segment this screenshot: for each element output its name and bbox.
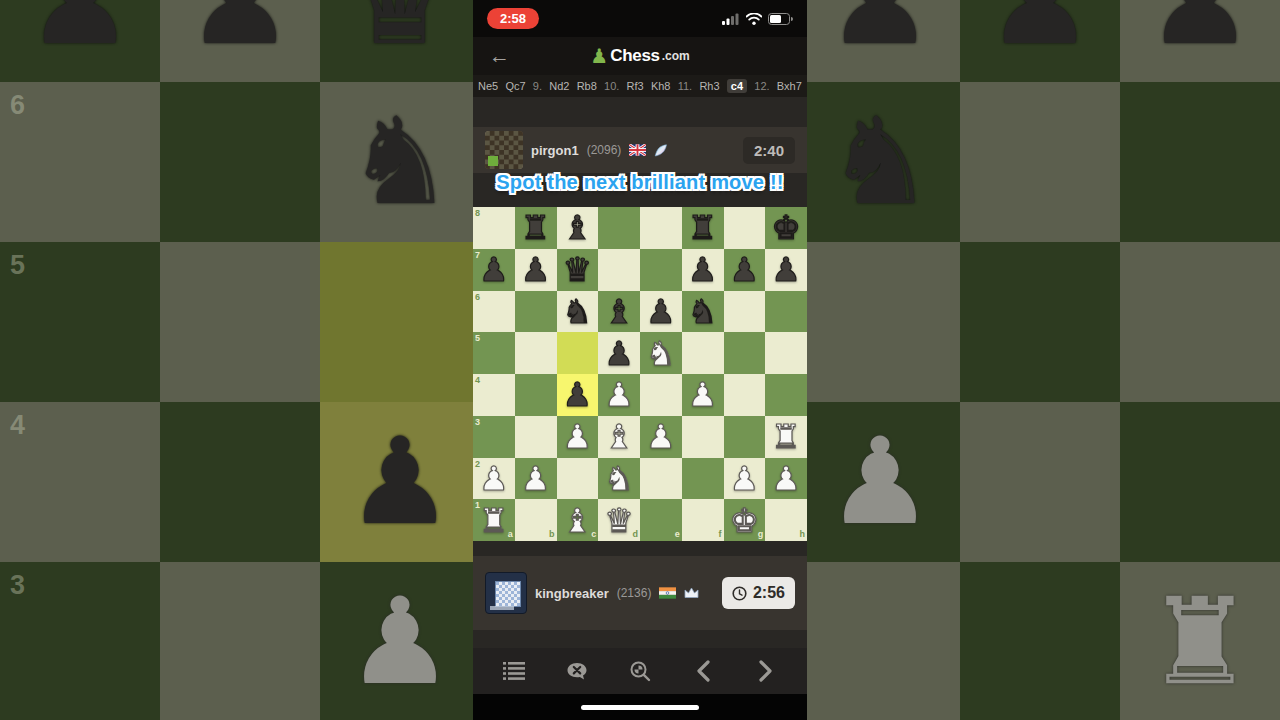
square-h8[interactable]: ♚ — [765, 207, 807, 249]
bg-square-b6 — [160, 82, 320, 242]
square-e6[interactable]: ♟ — [640, 291, 682, 333]
square-h7[interactable]: ♟ — [765, 249, 807, 291]
bg-square-a3: 3 — [0, 562, 160, 720]
square-e2[interactable] — [640, 458, 682, 500]
logo-text-chess: Chess — [610, 46, 660, 66]
square-f6[interactable]: ♞ — [682, 291, 724, 333]
clock-top: 2:40 — [743, 137, 795, 164]
next-move-button[interactable] — [746, 651, 786, 691]
bg-square-a4: 4 — [0, 402, 160, 562]
move-token-Rh3[interactable]: Rh3 — [699, 80, 719, 92]
square-g4[interactable] — [724, 374, 766, 416]
bg-black-knight-f6: ♞ — [826, 102, 934, 222]
chesscom-logo: ♟Chess.com — [473, 37, 807, 75]
square-h2[interactable]: ♟ — [765, 458, 807, 500]
status-bar: 2:58 — [473, 0, 807, 37]
bg-black-pawn-h7: ♟ — [1146, 0, 1254, 62]
file-label-e: e — [675, 530, 680, 539]
bg-rank-label-5: 5 — [10, 250, 25, 281]
square-g8[interactable] — [724, 207, 766, 249]
previous-move-button[interactable] — [683, 651, 723, 691]
player-name-bottom[interactable]: kingbreaker — [535, 586, 609, 601]
player-rating-top: (2096) — [587, 143, 622, 157]
square-e5[interactable]: ♞ — [640, 332, 682, 374]
square-a6[interactable]: 6 — [473, 291, 515, 333]
clock-bottom-active: 2:56 — [722, 577, 795, 609]
move-token-Nd2[interactable]: Nd2 — [549, 80, 569, 92]
square-f5[interactable] — [682, 332, 724, 374]
move-token-c4[interactable]: c4 — [727, 79, 747, 93]
bg-square-f3 — [800, 562, 960, 720]
square-f2[interactable] — [682, 458, 724, 500]
analysis-button[interactable] — [620, 651, 660, 691]
crown-badge-icon — [684, 587, 699, 599]
square-c4[interactable]: ♟ — [557, 374, 599, 416]
chess-app-screen: 2:58 — [473, 0, 807, 720]
black-bishop-c8: ♝ — [563, 211, 593, 244]
uk-flag-icon — [629, 144, 646, 156]
square-h4[interactable] — [765, 374, 807, 416]
clock-icon — [732, 586, 747, 601]
move-number: 12. — [754, 80, 769, 92]
white-pawn-e3: ♟ — [646, 420, 676, 453]
square-a2[interactable]: 2♟ — [473, 458, 515, 500]
white-bishop-c1: ♝ — [563, 504, 593, 537]
square-c3[interactable]: ♟ — [557, 416, 599, 458]
file-label-h: h — [800, 530, 806, 539]
square-g6[interactable] — [724, 291, 766, 333]
black-knight-f6: ♞ — [688, 295, 718, 328]
bg-square-f5 — [800, 242, 960, 402]
square-h5[interactable] — [765, 332, 807, 374]
bg-square-h7: ♟ — [1120, 0, 1280, 82]
square-a5[interactable]: 5 — [473, 332, 515, 374]
bg-square-h4 — [1120, 402, 1280, 562]
square-h6[interactable] — [765, 291, 807, 333]
black-knight-c6: ♞ — [563, 295, 593, 328]
rank-label-3: 3 — [475, 418, 480, 427]
white-pawn-g2: ♟ — [730, 462, 760, 495]
black-pawn-h7: ♟ — [771, 253, 801, 286]
square-b5[interactable] — [515, 332, 557, 374]
square-b6[interactable] — [515, 291, 557, 333]
bg-black-pawn-b7: ♟ — [186, 0, 294, 62]
bg-square-f4: ♟ — [800, 402, 960, 562]
square-f1[interactable]: f — [682, 499, 724, 541]
rank-label-5: 5 — [475, 334, 480, 343]
square-a7[interactable]: 7♟ — [473, 249, 515, 291]
rank-label-4: 4 — [475, 376, 480, 385]
bg-square-c5 — [320, 242, 480, 402]
bg-square-b3 — [160, 562, 320, 720]
black-rook-b8: ♜ — [521, 211, 551, 244]
square-c8[interactable]: ♝ — [557, 207, 599, 249]
white-pawn-a2: ♟ — [479, 462, 509, 495]
bg-square-g6 — [960, 82, 1120, 242]
square-g7[interactable]: ♟ — [724, 249, 766, 291]
clock-bottom-time: 2:56 — [753, 584, 785, 602]
move-token-Rb8[interactable]: Rb8 — [577, 80, 597, 92]
bg-square-c3: ♟ — [320, 562, 480, 720]
square-c6[interactable]: ♞ — [557, 291, 599, 333]
wifi-icon — [746, 13, 762, 25]
square-c2[interactable] — [557, 458, 599, 500]
square-d7[interactable] — [598, 249, 640, 291]
black-pawn-g7: ♟ — [730, 253, 760, 286]
bg-square-a7: ♟ — [0, 0, 160, 82]
bg-square-g7: ♟ — [960, 0, 1120, 82]
square-d2[interactable]: ♞ — [598, 458, 640, 500]
file-label-f: f — [719, 530, 722, 539]
square-a3[interactable]: 3 — [473, 416, 515, 458]
square-f8[interactable]: ♜ — [682, 207, 724, 249]
square-g2[interactable]: ♟ — [724, 458, 766, 500]
square-h1[interactable]: h — [765, 499, 807, 541]
status-time-pill[interactable]: 2:58 — [487, 8, 539, 29]
square-b3[interactable] — [515, 416, 557, 458]
square-e4[interactable] — [640, 374, 682, 416]
bg-black-pawn-c4: ♟ — [346, 422, 454, 542]
move-token-Rf3[interactable]: Rf3 — [627, 80, 644, 92]
player-row-bottom: kingbreaker (2136) 2:56 — [473, 556, 807, 630]
white-knight-e5: ♞ — [646, 337, 676, 370]
bg-rank-label-4: 4 — [10, 410, 25, 441]
white-bishop-d3: ♝ — [604, 420, 634, 453]
cellular-signal-icon — [722, 13, 740, 25]
bg-square-c6: ♞ — [320, 82, 480, 242]
bg-square-f7: ♟ — [800, 0, 960, 82]
move-number: 11. — [678, 80, 692, 92]
square-e7[interactable] — [640, 249, 682, 291]
india-flag-icon — [659, 587, 676, 599]
square-f3[interactable] — [682, 416, 724, 458]
square-e3[interactable]: ♟ — [640, 416, 682, 458]
white-pawn-f4: ♟ — [688, 378, 718, 411]
square-a8[interactable]: 8 — [473, 207, 515, 249]
square-a4[interactable]: 4 — [473, 374, 515, 416]
black-pawn-e6: ♟ — [646, 295, 676, 328]
bg-white-pawn-c3: ♟ — [346, 582, 454, 702]
chat-disabled-button[interactable] — [557, 651, 597, 691]
square-b1[interactable]: b — [515, 499, 557, 541]
white-pawn-c3: ♟ — [563, 420, 593, 453]
square-b2[interactable]: ♟ — [515, 458, 557, 500]
rank-label-6: 6 — [475, 293, 480, 302]
bg-square-g3 — [960, 562, 1120, 720]
caption-text: Spot the next brilliant move !! — [473, 171, 807, 194]
black-pawn-d5: ♟ — [604, 337, 634, 370]
black-pawn-b7: ♟ — [521, 253, 551, 286]
player-name-top[interactable]: pirgon1 — [531, 143, 579, 158]
black-queen-c7: ♛ — [563, 253, 593, 286]
bg-square-c4: ♟ — [320, 402, 480, 562]
black-king-h8: ♚ — [771, 211, 801, 244]
black-pawn-a7: ♟ — [479, 253, 509, 286]
avatar-kingbreaker[interactable] — [485, 572, 527, 614]
square-d4[interactable]: ♟ — [598, 374, 640, 416]
square-b7[interactable]: ♟ — [515, 249, 557, 291]
bg-black-pawn-g7: ♟ — [986, 0, 1094, 62]
square-g5[interactable] — [724, 332, 766, 374]
black-pawn-c4: ♟ — [563, 378, 593, 411]
bg-rank-label-6: 6 — [10, 90, 25, 121]
move-number: 9. — [533, 80, 542, 92]
bg-black-queen-c7: ♛ — [346, 0, 454, 62]
white-rook-h3: ♜ — [771, 420, 801, 453]
black-pawn-f7: ♟ — [688, 253, 718, 286]
move-token-Ne5[interactable]: Ne5 — [478, 80, 498, 92]
system-icons — [722, 13, 793, 25]
square-d5[interactable]: ♟ — [598, 332, 640, 374]
home-indicator[interactable] — [581, 705, 699, 710]
bg-square-b4 — [160, 402, 320, 562]
bg-square-c7: ♛ — [320, 0, 480, 82]
bg-square-a6: 6 — [0, 82, 160, 242]
square-d6[interactable]: ♝ — [598, 291, 640, 333]
square-b4[interactable] — [515, 374, 557, 416]
square-a1[interactable]: 1a♜ — [473, 499, 515, 541]
bg-black-pawn-f7: ♟ — [826, 0, 934, 62]
square-e8[interactable] — [640, 207, 682, 249]
bg-black-knight-c6: ♞ — [346, 102, 454, 222]
bg-square-g5 — [960, 242, 1120, 402]
square-d1[interactable]: d♛ — [598, 499, 640, 541]
square-d3[interactable]: ♝ — [598, 416, 640, 458]
move-list-bar: Ne5Qc79.Nd2Rb810.Rf3Kh811.Rh3c412.Bxh7 — [473, 75, 807, 97]
move-number: 10. — [604, 80, 619, 92]
move-list-button[interactable] — [494, 651, 534, 691]
square-f7[interactable]: ♟ — [682, 249, 724, 291]
square-c1[interactable]: c♝ — [557, 499, 599, 541]
white-queen-d1: ♛ — [604, 504, 634, 537]
white-pawn-d4: ♟ — [604, 378, 634, 411]
square-c7[interactable]: ♛ — [557, 249, 599, 291]
youtube-short-frame: ♟♟♛♟♟♟6♞♞54♟♟3♟♜ 2:58 — [0, 0, 1280, 720]
avatar-pirgon1[interactable] — [485, 131, 523, 169]
bg-white-pawn-f4: ♟ — [826, 422, 934, 542]
logo-text-com: .com — [662, 49, 690, 63]
app-header: ← ♟Chess.com — [473, 37, 807, 75]
bg-square-g4 — [960, 402, 1120, 562]
white-pawn-h2: ♟ — [771, 462, 801, 495]
square-b8[interactable]: ♜ — [515, 207, 557, 249]
white-knight-d2: ♞ — [604, 462, 634, 495]
square-h3[interactable]: ♜ — [765, 416, 807, 458]
square-d8[interactable] — [598, 207, 640, 249]
white-pawn-b2: ♟ — [521, 462, 551, 495]
player-rating-bottom: (2136) — [617, 586, 652, 600]
square-e1[interactable]: e — [640, 499, 682, 541]
square-f4[interactable]: ♟ — [682, 374, 724, 416]
chess-board: 8♜♝♜♚7♟♟♛♟♟♟6♞♝♟♞5♟♞4♟♟♟3♟♝♟♜2♟♟♞♟♟1a♜bc… — [473, 207, 807, 541]
player-row-top: pirgon1 (2096) 2:40 — [473, 127, 807, 173]
bg-square-a5: 5 — [0, 242, 160, 402]
rank-label-8: 8 — [475, 209, 480, 218]
bg-square-h5 — [1120, 242, 1280, 402]
square-g1[interactable]: g♚ — [724, 499, 766, 541]
feather-badge-icon — [654, 144, 668, 157]
battery-icon — [768, 13, 793, 25]
black-rook-f8: ♜ — [688, 211, 718, 244]
bg-square-b7: ♟ — [160, 0, 320, 82]
square-c5[interactable] — [557, 332, 599, 374]
black-bishop-d6: ♝ — [604, 295, 634, 328]
white-rook-a1: ♜ — [479, 504, 509, 537]
white-king-g1: ♚ — [730, 504, 760, 537]
bg-rank-label-3: 3 — [10, 570, 25, 601]
bg-square-b5 — [160, 242, 320, 402]
bg-black-pawn-a7: ♟ — [26, 0, 134, 62]
move-token-Bxh7[interactable]: Bxh7 — [777, 80, 802, 92]
bg-white-rook-h3: ♜ — [1146, 582, 1254, 702]
bg-square-h6 — [1120, 82, 1280, 242]
bottom-toolbar — [473, 648, 807, 694]
move-token-Qc7[interactable]: Qc7 — [505, 80, 525, 92]
square-g3[interactable] — [724, 416, 766, 458]
move-token-Kh8[interactable]: Kh8 — [651, 80, 671, 92]
bg-square-f6: ♞ — [800, 82, 960, 242]
logo-pawn-icon: ♟ — [590, 46, 608, 66]
bg-square-h3: ♜ — [1120, 562, 1280, 720]
file-label-b: b — [549, 530, 555, 539]
